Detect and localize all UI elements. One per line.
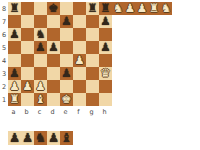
square-f7[interactable] [73,15,86,28]
square-c2[interactable]: ♟ [34,80,47,93]
rank-label-3: 3 [0,67,8,80]
black-pawn: ♟ [35,41,45,54]
captured-white-pawn: ♟ [125,2,135,15]
square-g1[interactable] [86,93,99,106]
square-d6[interactable] [47,28,60,41]
square-f1[interactable] [73,93,86,106]
rank-label-2: 2 [0,80,8,93]
square-h6[interactable] [99,28,112,41]
captured-white-knight: ♞ [161,2,171,15]
square-b3[interactable] [21,67,34,80]
square-h2[interactable] [99,80,112,93]
captured-slot-white-1: ♟ [124,2,136,15]
square-d7[interactable] [47,15,60,28]
square-f4[interactable]: ♟ [73,54,86,67]
square-e5[interactable] [60,41,73,54]
file-label-g: g [85,106,98,117]
square-f2[interactable] [73,80,86,93]
chess-board[interactable]: ♜♚♜♜♟♟♟♞♟♟♟♟♟♟♛♟♟♟♜♝♚ [8,2,112,106]
rank-label-5: 5 [0,41,8,54]
square-b5[interactable] [21,41,34,54]
rank-label-6: 6 [0,28,8,41]
square-h7[interactable]: ♟ [99,15,112,28]
square-g7[interactable] [86,15,99,28]
captured-slot-white-4: ♞ [160,2,172,15]
square-b7[interactable] [21,15,34,28]
file-label-b: b [20,106,33,117]
captured-slot-white-3: ♜ [148,2,160,15]
square-d2[interactable] [47,80,60,93]
captured-black-pawn: ♟ [9,131,20,145]
square-b6[interactable] [21,28,34,41]
square-d8[interactable]: ♚ [47,2,60,15]
captured-white-rook: ♜ [149,2,159,15]
rank-label-7: 7 [0,15,8,28]
captured-slot-black-4: ♝ [60,131,73,145]
rank-labels: 87654321 [0,2,8,106]
square-e1[interactable]: ♚ [60,93,73,106]
square-b8[interactable] [21,2,34,15]
white-king: ♚ [61,93,71,106]
black-pawn: ♟ [9,67,19,80]
square-g6[interactable] [86,28,99,41]
captured-slot-black-2: ♞ [34,131,47,145]
captured-black-bishop: ♝ [61,131,72,145]
captured-slot-black-0: ♟ [8,131,21,145]
square-d5[interactable]: ♟ [47,41,60,54]
file-label-h: h [98,106,111,117]
file-label-e: e [59,106,72,117]
square-e7[interactable]: ♟ [60,15,73,28]
captured-slot-black-3: ♟ [47,131,60,145]
file-label-a: a [7,106,20,117]
square-g3[interactable] [86,67,99,80]
white-pawn: ♟ [35,80,45,93]
white-pawn: ♟ [22,80,32,93]
black-king: ♚ [48,2,58,15]
captured-white-knight: ♞ [113,2,123,15]
black-knight: ♞ [35,28,45,41]
square-c5[interactable]: ♟ [34,41,47,54]
square-d1[interactable] [47,93,60,106]
white-bishop: ♝ [35,93,45,106]
captured-black-pawn: ♟ [22,131,33,145]
square-e3[interactable]: ♟ [60,67,73,80]
square-f5[interactable] [73,41,86,54]
black-pawn: ♟ [9,28,19,41]
captured-slot-white-0: ♞ [112,2,124,15]
captured-white-tray: ♞♟♟♜♞ [112,2,172,15]
square-e6[interactable] [60,28,73,41]
captured-black-pawn: ♟ [48,131,59,145]
square-c3[interactable] [34,67,47,80]
black-pawn: ♟ [100,15,110,28]
file-label-d: d [46,106,59,117]
square-b1[interactable] [21,93,34,106]
square-a6[interactable]: ♟ [8,28,21,41]
rank-label-4: 4 [0,54,8,67]
square-h4[interactable] [99,54,112,67]
square-g8[interactable]: ♜ [86,2,99,15]
captured-slot-black-1: ♟ [21,131,34,145]
white-rook: ♜ [9,93,19,106]
square-a8[interactable]: ♜ [8,2,21,15]
square-a4[interactable] [8,54,21,67]
square-a1[interactable]: ♜ [8,93,21,106]
square-f3[interactable] [73,67,86,80]
file-label-c: c [33,106,46,117]
square-h3[interactable]: ♛ [99,67,112,80]
square-c8[interactable] [34,2,47,15]
square-f6[interactable] [73,28,86,41]
black-rook: ♜ [100,2,110,15]
captured-black-knight: ♞ [35,131,46,145]
white-pawn: ♟ [74,54,84,67]
square-h1[interactable] [99,93,112,106]
black-pawn: ♟ [61,67,71,80]
captured-slot-white-2: ♟ [136,2,148,15]
square-e2[interactable] [60,80,73,93]
square-e8[interactable] [60,2,73,15]
square-a7[interactable] [8,15,21,28]
square-g2[interactable] [86,80,99,93]
square-e4[interactable] [60,54,73,67]
black-rook: ♜ [87,2,97,15]
file-labels: abcdefgh [8,106,112,117]
black-rook: ♜ [9,2,19,15]
black-pawn: ♟ [48,41,58,54]
black-pawn: ♟ [100,41,110,54]
file-label-f: f [72,106,85,117]
square-c6[interactable]: ♞ [34,28,47,41]
square-a2[interactable]: ♟ [8,80,21,93]
black-pawn: ♟ [61,15,71,28]
square-a3[interactable]: ♟ [8,67,21,80]
square-g4[interactable] [86,54,99,67]
square-h5[interactable]: ♟ [99,41,112,54]
white-queen: ♛ [100,67,110,80]
square-f8[interactable] [73,2,86,15]
square-c1[interactable]: ♝ [34,93,47,106]
square-b2[interactable]: ♟ [21,80,34,93]
rank-label-8: 8 [0,2,8,15]
square-h8[interactable]: ♜ [99,2,112,15]
captured-white-pawn: ♟ [137,2,147,15]
square-a5[interactable] [8,41,21,54]
square-c4[interactable] [34,54,47,67]
rank-label-1: 1 [0,93,8,106]
square-d4[interactable] [47,54,60,67]
square-d3[interactable] [47,67,60,80]
square-g5[interactable] [86,41,99,54]
captured-black-tray: ♟♟♞♟♝ [8,131,73,145]
white-pawn: ♟ [9,80,19,93]
square-b4[interactable] [21,54,34,67]
square-c7[interactable] [34,15,47,28]
